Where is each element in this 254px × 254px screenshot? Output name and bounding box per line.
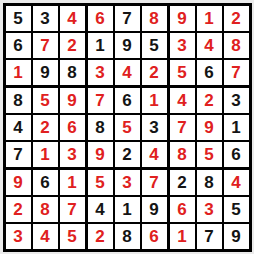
cell-r8c7[interactable]: 6 — [170, 197, 195, 222]
sudoku-grid: 5346721986781953429123485678594267137618… — [3, 3, 252, 252]
cell-r4c4[interactable]: 7 — [88, 88, 113, 113]
cell-r2c7[interactable]: 3 — [170, 33, 195, 58]
cell-r3c3[interactable]: 8 — [60, 60, 85, 85]
cell-r5c9[interactable]: 1 — [224, 115, 249, 140]
cell-r6c7[interactable]: 8 — [170, 142, 195, 167]
cell-r4c3[interactable]: 9 — [60, 88, 85, 113]
cell-r8c1[interactable]: 2 — [6, 197, 31, 222]
cell-r1c8[interactable]: 1 — [197, 6, 222, 31]
cell-r2c4[interactable]: 1 — [88, 33, 113, 58]
cell-r9c1[interactable]: 3 — [6, 224, 31, 249]
cell-r9c8[interactable]: 7 — [197, 224, 222, 249]
sudoku-box-9: 284635179 — [170, 170, 249, 249]
cell-r5c7[interactable]: 7 — [170, 115, 195, 140]
cell-r4c9[interactable]: 3 — [224, 88, 249, 113]
cell-r2c2[interactable]: 7 — [33, 33, 58, 58]
cell-r2c3[interactable]: 2 — [60, 33, 85, 58]
cell-r1c1[interactable]: 5 — [6, 6, 31, 31]
cell-r8c6[interactable]: 9 — [142, 197, 167, 222]
cell-r6c9[interactable]: 6 — [224, 142, 249, 167]
cell-r4c5[interactable]: 6 — [115, 88, 140, 113]
cell-r8c4[interactable]: 4 — [88, 197, 113, 222]
cell-r3c7[interactable]: 5 — [170, 60, 195, 85]
cell-r3c2[interactable]: 9 — [33, 60, 58, 85]
sudoku-box-8: 537419286 — [88, 170, 167, 249]
cell-r8c2[interactable]: 8 — [33, 197, 58, 222]
cell-r8c9[interactable]: 5 — [224, 197, 249, 222]
cell-r2c5[interactable]: 9 — [115, 33, 140, 58]
cell-r7c6[interactable]: 7 — [142, 170, 167, 195]
cell-r7c1[interactable]: 9 — [6, 170, 31, 195]
cell-r3c6[interactable]: 2 — [142, 60, 167, 85]
cell-r1c6[interactable]: 8 — [142, 6, 167, 31]
sudoku-box-7: 961287345 — [6, 170, 85, 249]
cell-r6c5[interactable]: 2 — [115, 142, 140, 167]
cell-r2c8[interactable]: 4 — [197, 33, 222, 58]
sudoku-box-5: 761853924 — [88, 88, 167, 167]
cell-r5c1[interactable]: 4 — [6, 115, 31, 140]
cell-r6c1[interactable]: 7 — [6, 142, 31, 167]
cell-r8c3[interactable]: 7 — [60, 197, 85, 222]
cell-r7c8[interactable]: 8 — [197, 170, 222, 195]
cell-r3c9[interactable]: 7 — [224, 60, 249, 85]
cell-r3c5[interactable]: 4 — [115, 60, 140, 85]
cell-r7c2[interactable]: 6 — [33, 170, 58, 195]
cell-r9c5[interactable]: 8 — [115, 224, 140, 249]
cell-r6c6[interactable]: 4 — [142, 142, 167, 167]
cell-r7c3[interactable]: 1 — [60, 170, 85, 195]
cell-r6c4[interactable]: 9 — [88, 142, 113, 167]
cell-r6c3[interactable]: 3 — [60, 142, 85, 167]
cell-r6c8[interactable]: 5 — [197, 142, 222, 167]
cell-r2c6[interactable]: 5 — [142, 33, 167, 58]
cell-r4c7[interactable]: 4 — [170, 88, 195, 113]
cell-r1c2[interactable]: 3 — [33, 6, 58, 31]
cell-r1c7[interactable]: 9 — [170, 6, 195, 31]
cell-r5c4[interactable]: 8 — [88, 115, 113, 140]
cell-r9c7[interactable]: 1 — [170, 224, 195, 249]
cell-r1c5[interactable]: 7 — [115, 6, 140, 31]
cell-r5c2[interactable]: 2 — [33, 115, 58, 140]
cell-r3c8[interactable]: 6 — [197, 60, 222, 85]
cell-r4c8[interactable]: 2 — [197, 88, 222, 113]
sudoku-box-4: 859426713 — [6, 88, 85, 167]
sudoku-box-3: 912348567 — [170, 6, 249, 85]
cell-r9c9[interactable]: 9 — [224, 224, 249, 249]
sudoku-box-2: 678195342 — [88, 6, 167, 85]
cell-r4c6[interactable]: 1 — [142, 88, 167, 113]
cell-r5c8[interactable]: 9 — [197, 115, 222, 140]
cell-r9c6[interactable]: 6 — [142, 224, 167, 249]
cell-r7c5[interactable]: 3 — [115, 170, 140, 195]
cell-r5c5[interactable]: 5 — [115, 115, 140, 140]
cell-r1c3[interactable]: 4 — [60, 6, 85, 31]
cell-r3c4[interactable]: 3 — [88, 60, 113, 85]
cell-r7c7[interactable]: 2 — [170, 170, 195, 195]
cell-r1c4[interactable]: 6 — [88, 6, 113, 31]
cell-r3c1[interactable]: 1 — [6, 60, 31, 85]
cell-r9c2[interactable]: 4 — [33, 224, 58, 249]
cell-r2c9[interactable]: 8 — [224, 33, 249, 58]
cell-r8c5[interactable]: 1 — [115, 197, 140, 222]
cell-r2c1[interactable]: 6 — [6, 33, 31, 58]
cell-r7c4[interactable]: 5 — [88, 170, 113, 195]
sudoku-box-6: 423791856 — [170, 88, 249, 167]
cell-r1c9[interactable]: 2 — [224, 6, 249, 31]
cell-r9c4[interactable]: 2 — [88, 224, 113, 249]
cell-r8c8[interactable]: 3 — [197, 197, 222, 222]
cell-r4c1[interactable]: 8 — [6, 88, 31, 113]
cell-r7c9[interactable]: 4 — [224, 170, 249, 195]
cell-r5c6[interactable]: 3 — [142, 115, 167, 140]
cell-r4c2[interactable]: 5 — [33, 88, 58, 113]
cell-r5c3[interactable]: 6 — [60, 115, 85, 140]
cell-r9c3[interactable]: 5 — [60, 224, 85, 249]
cell-r6c2[interactable]: 1 — [33, 142, 58, 167]
sudoku-box-1: 534672198 — [6, 6, 85, 85]
